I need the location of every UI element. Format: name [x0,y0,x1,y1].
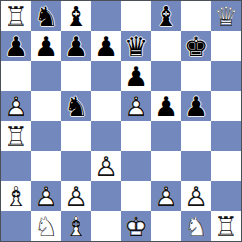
square-c2[interactable]: ♟♙ [61,181,91,211]
black-knight-glyph: ♞ [31,1,61,31]
square-e8[interactable] [121,1,151,31]
square-g6[interactable] [181,61,211,91]
square-d2[interactable] [91,181,121,211]
square-a4[interactable]: ♜♖ [1,121,31,151]
piece-black-pawn-g5[interactable]: ♟ [181,91,211,121]
square-f8[interactable]: ♝ [151,1,181,31]
piece-black-pawn-f5[interactable]: ♟ [151,91,181,121]
piece-white-bishop-a2[interactable]: ♝♗ [1,181,31,211]
piece-white-pawn-g2[interactable]: ♟♙ [181,181,211,211]
square-e4[interactable] [121,121,151,151]
square-b2[interactable]: ♟♙ [31,181,61,211]
white-rook-outline-glyph: ♖ [1,1,31,31]
square-f2[interactable]: ♟♙ [151,181,181,211]
piece-black-pawn-d7[interactable]: ♟ [91,31,121,61]
piece-black-knight-b8[interactable]: ♞ [31,1,61,31]
square-c5[interactable]: ♞ [61,91,91,121]
square-e5[interactable]: ♟♙ [121,91,151,121]
square-g3[interactable] [181,151,211,181]
square-d4[interactable] [91,121,121,151]
black-bishop-glyph: ♝ [151,1,181,31]
piece-white-pawn-e5[interactable]: ♟♙ [121,91,151,121]
square-f1[interactable] [151,211,181,241]
white-pawn-outline-glyph: ♙ [31,181,61,211]
square-b5[interactable] [31,91,61,121]
square-h7[interactable] [211,31,241,61]
square-h2[interactable] [211,181,241,211]
piece-white-rook-a4[interactable]: ♜♖ [1,121,31,151]
square-h5[interactable] [211,91,241,121]
white-bishop-outline-glyph: ♗ [61,211,91,241]
white-pawn-outline-glyph: ♙ [181,181,211,211]
square-f6[interactable] [151,61,181,91]
piece-white-pawn-c2[interactable]: ♟♙ [61,181,91,211]
white-bishop-outline-glyph: ♗ [1,181,31,211]
piece-black-pawn-c7[interactable]: ♟ [61,31,91,61]
piece-white-bishop-c1[interactable]: ♝♗ [61,211,91,241]
square-b4[interactable] [31,121,61,151]
square-c1[interactable]: ♝♗ [61,211,91,241]
black-king-glyph: ♚ [181,31,211,61]
piece-white-rook-h1[interactable]: ♜♖ [211,211,241,241]
piece-white-queen-h8[interactable]: ♛♕ [211,1,241,31]
white-rook-outline-glyph: ♖ [211,211,241,241]
square-h1[interactable]: ♜♖ [211,211,241,241]
black-pawn-glyph: ♟ [31,31,61,61]
piece-white-king-e1[interactable]: ♚♔ [121,211,151,241]
black-pawn-glyph: ♟ [1,31,31,61]
piece-black-pawn-b7[interactable]: ♟ [31,31,61,61]
square-g5[interactable]: ♟ [181,91,211,121]
square-b7[interactable]: ♟ [31,31,61,61]
black-knight-glyph: ♞ [61,91,91,121]
white-pawn-outline-glyph: ♙ [121,91,151,121]
square-e3[interactable] [121,151,151,181]
white-knight-outline-glyph: ♘ [31,211,61,241]
square-a1[interactable] [1,211,31,241]
square-b6[interactable] [31,61,61,91]
piece-black-pawn-e6[interactable]: ♟ [121,61,151,91]
piece-white-knight-g1[interactable]: ♞♘ [181,211,211,241]
square-a5[interactable]: ♟♙ [1,91,31,121]
square-g4[interactable] [181,121,211,151]
piece-black-king-g7[interactable]: ♚ [181,31,211,61]
square-g2[interactable]: ♟♙ [181,181,211,211]
square-a2[interactable]: ♝♗ [1,181,31,211]
white-pawn-outline-glyph: ♙ [151,181,181,211]
chess-board: ♜♖♞♝♝♛♕♟♟♟♟♛♚♟♟♙♞♟♙♟♟♜♖♟♙♝♗♟♙♟♙♟♙♟♙♞♘♝♗♚… [0,0,242,242]
square-c3[interactable] [61,151,91,181]
square-b3[interactable] [31,151,61,181]
black-pawn-glyph: ♟ [91,31,121,61]
square-f7[interactable] [151,31,181,61]
square-b8[interactable]: ♞ [31,1,61,31]
black-pawn-glyph: ♟ [151,91,181,121]
black-pawn-glyph: ♟ [181,91,211,121]
square-d3[interactable]: ♟♙ [91,151,121,181]
square-d6[interactable] [91,61,121,91]
piece-white-pawn-d3[interactable]: ♟♙ [91,151,121,181]
square-g1[interactable]: ♞♘ [181,211,211,241]
white-pawn-outline-glyph: ♙ [91,151,121,181]
square-a8[interactable]: ♜♖ [1,1,31,31]
square-f5[interactable]: ♟ [151,91,181,121]
black-pawn-glyph: ♟ [61,31,91,61]
square-e2[interactable] [121,181,151,211]
white-rook-outline-glyph: ♖ [1,121,31,151]
piece-black-queen-e7[interactable]: ♛ [121,31,151,61]
white-king-outline-glyph: ♔ [121,211,151,241]
square-h8[interactable]: ♛♕ [211,1,241,31]
piece-black-pawn-a7[interactable]: ♟ [1,31,31,61]
square-c6[interactable] [61,61,91,91]
square-e6[interactable]: ♟ [121,61,151,91]
black-queen-glyph: ♛ [121,31,151,61]
white-pawn-outline-glyph: ♙ [1,91,31,121]
square-c7[interactable]: ♟ [61,31,91,61]
square-b1[interactable]: ♞♘ [31,211,61,241]
square-f3[interactable] [151,151,181,181]
black-bishop-glyph: ♝ [61,1,91,31]
square-c4[interactable] [61,121,91,151]
piece-white-pawn-b2[interactable]: ♟♙ [31,181,61,211]
white-queen-outline-glyph: ♕ [211,1,241,31]
square-f4[interactable] [151,121,181,151]
square-a6[interactable] [1,61,31,91]
square-g8[interactable] [181,1,211,31]
square-g7[interactable]: ♚ [181,31,211,61]
piece-white-knight-b1[interactable]: ♞♘ [31,211,61,241]
piece-white-pawn-a5[interactable]: ♟♙ [1,91,31,121]
square-h4[interactable] [211,121,241,151]
square-e7[interactable]: ♛ [121,31,151,61]
square-d5[interactable] [91,91,121,121]
white-knight-outline-glyph: ♘ [181,211,211,241]
piece-black-bishop-f8[interactable]: ♝ [151,1,181,31]
piece-black-knight-c5[interactable]: ♞ [61,91,91,121]
white-pawn-outline-glyph: ♙ [61,181,91,211]
black-pawn-glyph: ♟ [121,61,151,91]
piece-white-rook-a8[interactable]: ♜♖ [1,1,31,31]
piece-black-bishop-c8[interactable]: ♝ [61,1,91,31]
square-h6[interactable] [211,61,241,91]
square-e1[interactable]: ♚♔ [121,211,151,241]
square-d1[interactable] [91,211,121,241]
square-c8[interactable]: ♝ [61,1,91,31]
square-d7[interactable]: ♟ [91,31,121,61]
square-d8[interactable] [91,1,121,31]
square-a3[interactable] [1,151,31,181]
square-a7[interactable]: ♟ [1,31,31,61]
square-h3[interactable] [211,151,241,181]
piece-white-pawn-f2[interactable]: ♟♙ [151,181,181,211]
